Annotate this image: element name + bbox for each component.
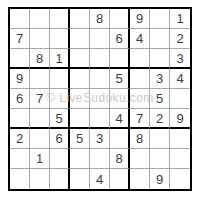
cell-r8c6[interactable]: 8 <box>110 149 130 169</box>
cell-r6c1[interactable] <box>10 109 30 129</box>
cell-r3c6[interactable] <box>110 49 130 69</box>
cell-r2c5[interactable] <box>90 29 110 49</box>
cell-r3c8[interactable] <box>150 49 170 69</box>
cell-r2c4[interactable] <box>70 29 90 49</box>
cell-r8c8[interactable] <box>150 149 170 169</box>
cell-r8c9[interactable] <box>170 149 190 169</box>
cell-r4c6[interactable]: 5 <box>110 69 130 89</box>
cell-r5c7[interactable] <box>130 89 150 109</box>
cell-r2c9[interactable]: 2 <box>170 29 190 49</box>
cell-r4c9[interactable]: 4 <box>170 69 190 89</box>
cell-r8c7[interactable] <box>130 149 150 169</box>
cell-r7c3[interactable]: 6 <box>50 129 70 149</box>
cell-r5c4[interactable] <box>70 89 90 109</box>
cell-r3c3[interactable]: 1 <box>50 49 70 69</box>
cell-r9c8[interactable]: 9 <box>150 169 170 189</box>
cell-r2c7[interactable]: 4 <box>130 29 150 49</box>
cell-r4c8[interactable]: 3 <box>150 69 170 89</box>
cell-r9c3[interactable] <box>50 169 70 189</box>
cell-r5c9[interactable] <box>170 89 190 109</box>
cell-r6c2[interactable] <box>30 109 50 129</box>
cell-r5c2[interactable]: 7 <box>30 89 50 109</box>
cell-r6c7[interactable]: 7 <box>130 109 150 129</box>
cell-r4c5[interactable] <box>90 69 110 89</box>
cell-r1c2[interactable] <box>30 9 50 29</box>
cell-r5c8[interactable]: 5 <box>150 89 170 109</box>
cell-r6c9[interactable]: 9 <box>170 109 190 129</box>
cell-r4c3[interactable] <box>50 69 70 89</box>
cell-r3c1[interactable] <box>10 49 30 69</box>
cell-r3c5[interactable] <box>90 49 110 69</box>
cell-r9c9[interactable] <box>170 169 190 189</box>
cell-r1c6[interactable] <box>110 9 130 29</box>
cell-r9c5[interactable]: 4 <box>90 169 110 189</box>
cell-r1c5[interactable]: 8 <box>90 9 110 29</box>
cell-r2c1[interactable]: 7 <box>10 29 30 49</box>
cell-r1c4[interactable] <box>70 9 90 29</box>
cell-r7c9[interactable] <box>170 129 190 149</box>
cell-r3c7[interactable] <box>130 49 150 69</box>
cell-r7c7[interactable]: 8 <box>130 129 150 149</box>
cell-r8c2[interactable]: 1 <box>30 149 50 169</box>
cell-r4c4[interactable] <box>70 69 90 89</box>
cell-r5c5[interactable] <box>90 89 110 109</box>
cell-r4c7[interactable] <box>130 69 150 89</box>
cell-r9c4[interactable] <box>70 169 90 189</box>
cell-r3c4[interactable] <box>70 49 90 69</box>
cell-r3c2[interactable]: 8 <box>30 49 50 69</box>
cell-r4c2[interactable] <box>30 69 50 89</box>
cell-r4c1[interactable]: 9 <box>10 69 30 89</box>
cell-r1c3[interactable] <box>50 9 70 29</box>
cell-r8c3[interactable] <box>50 149 70 169</box>
cell-r2c3[interactable] <box>50 29 70 49</box>
cell-r7c4[interactable]: 5 <box>70 129 90 149</box>
cell-r1c7[interactable]: 9 <box>130 9 150 29</box>
cell-r7c6[interactable] <box>110 129 130 149</box>
cell-r1c8[interactable] <box>150 9 170 29</box>
cell-r7c1[interactable]: 2 <box>10 129 30 149</box>
cell-r8c4[interactable] <box>70 149 90 169</box>
cell-r9c1[interactable] <box>10 169 30 189</box>
cell-r2c2[interactable] <box>30 29 50 49</box>
cell-r1c9[interactable]: 1 <box>170 9 190 29</box>
cell-r9c7[interactable] <box>130 169 150 189</box>
cell-r7c5[interactable]: 3 <box>90 129 110 149</box>
cell-r6c8[interactable]: 2 <box>150 109 170 129</box>
cell-r9c2[interactable] <box>30 169 50 189</box>
cell-r9c6[interactable] <box>110 169 130 189</box>
cell-r2c6[interactable]: 6 <box>110 29 130 49</box>
sudoku-board: 8917642813953467554729265381849 <box>8 7 192 191</box>
cell-r5c6[interactable] <box>110 89 130 109</box>
cell-r7c2[interactable] <box>30 129 50 149</box>
cell-r5c3[interactable] <box>50 89 70 109</box>
cell-r6c6[interactable]: 4 <box>110 109 130 129</box>
cell-r3c9[interactable]: 3 <box>170 49 190 69</box>
cell-r1c1[interactable] <box>10 9 30 29</box>
cell-r7c8[interactable] <box>150 129 170 149</box>
cell-r8c5[interactable] <box>90 149 110 169</box>
cell-r2c8[interactable] <box>150 29 170 49</box>
cell-r5c1[interactable]: 6 <box>10 89 30 109</box>
cell-r8c1[interactable] <box>10 149 30 169</box>
cell-r6c5[interactable] <box>90 109 110 129</box>
cell-r6c3[interactable]: 5 <box>50 109 70 129</box>
cell-r6c4[interactable] <box>70 109 90 129</box>
